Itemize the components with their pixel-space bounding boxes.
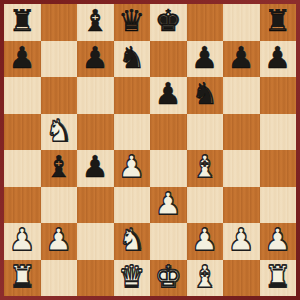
square-b3[interactable]	[41, 187, 78, 224]
square-b7[interactable]	[41, 41, 78, 78]
square-d3[interactable]	[114, 187, 151, 224]
square-g5[interactable]	[223, 114, 260, 151]
square-c8[interactable]: ♝	[77, 4, 114, 41]
white-pawn-piece: ♟	[155, 189, 182, 219]
square-a3[interactable]	[4, 187, 41, 224]
square-f8[interactable]	[187, 4, 224, 41]
square-h3[interactable]	[260, 187, 297, 224]
black-pawn-piece: ♟	[9, 43, 36, 73]
square-h4[interactable]	[260, 150, 297, 187]
square-f3[interactable]	[187, 187, 224, 224]
square-e5[interactable]	[150, 114, 187, 151]
square-c7[interactable]: ♟	[77, 41, 114, 78]
white-pawn-piece: ♟	[118, 152, 145, 182]
black-knight-piece: ♞	[191, 79, 218, 109]
white-pawn-piece: ♟	[264, 225, 291, 255]
black-queen-piece: ♛	[118, 6, 145, 36]
square-e7[interactable]	[150, 41, 187, 78]
white-bishop-piece: ♝	[191, 262, 218, 292]
black-pawn-piece: ♟	[264, 43, 291, 73]
square-b6[interactable]	[41, 77, 78, 114]
square-a7[interactable]: ♟	[4, 41, 41, 78]
square-h1[interactable]: ♜	[260, 260, 297, 297]
square-c5[interactable]	[77, 114, 114, 151]
square-h2[interactable]: ♟	[260, 223, 297, 260]
square-d7[interactable]: ♞	[114, 41, 151, 78]
black-knight-piece: ♞	[118, 43, 145, 73]
white-knight-piece: ♞	[45, 116, 72, 146]
black-pawn-piece: ♟	[82, 152, 109, 182]
square-e8[interactable]: ♚	[150, 4, 187, 41]
square-h6[interactable]	[260, 77, 297, 114]
square-g7[interactable]: ♟	[223, 41, 260, 78]
square-a4[interactable]	[4, 150, 41, 187]
square-h7[interactable]: ♟	[260, 41, 297, 78]
square-c2[interactable]	[77, 223, 114, 260]
white-rook-piece: ♜	[9, 262, 36, 292]
square-c6[interactable]	[77, 77, 114, 114]
black-rook-piece: ♜	[264, 6, 291, 36]
square-a2[interactable]: ♟	[4, 223, 41, 260]
white-pawn-piece: ♟	[9, 225, 36, 255]
square-d8[interactable]: ♛	[114, 4, 151, 41]
square-g3[interactable]	[223, 187, 260, 224]
square-f5[interactable]	[187, 114, 224, 151]
square-b5[interactable]: ♞	[41, 114, 78, 151]
white-rook-piece: ♜	[264, 262, 291, 292]
square-g8[interactable]	[223, 4, 260, 41]
black-pawn-piece: ♟	[155, 79, 182, 109]
square-b8[interactable]	[41, 4, 78, 41]
square-e3[interactable]: ♟	[150, 187, 187, 224]
square-d1[interactable]: ♛	[114, 260, 151, 297]
square-d4[interactable]: ♟	[114, 150, 151, 187]
square-g1[interactable]	[223, 260, 260, 297]
square-d2[interactable]: ♞	[114, 223, 151, 260]
square-e1[interactable]: ♚	[150, 260, 187, 297]
square-b1[interactable]	[41, 260, 78, 297]
square-d5[interactable]	[114, 114, 151, 151]
white-pawn-piece: ♟	[228, 225, 255, 255]
square-c1[interactable]	[77, 260, 114, 297]
black-rook-piece: ♜	[9, 6, 36, 36]
square-h8[interactable]: ♜	[260, 4, 297, 41]
square-g6[interactable]	[223, 77, 260, 114]
black-bishop-piece: ♝	[45, 152, 72, 182]
square-f1[interactable]: ♝	[187, 260, 224, 297]
white-bishop-piece: ♝	[191, 152, 218, 182]
square-a1[interactable]: ♜	[4, 260, 41, 297]
square-e4[interactable]	[150, 150, 187, 187]
square-g4[interactable]	[223, 150, 260, 187]
square-f2[interactable]: ♟	[187, 223, 224, 260]
square-e6[interactable]: ♟	[150, 77, 187, 114]
square-a6[interactable]	[4, 77, 41, 114]
square-d6[interactable]	[114, 77, 151, 114]
black-pawn-piece: ♟	[82, 43, 109, 73]
square-a8[interactable]: ♜	[4, 4, 41, 41]
white-pawn-piece: ♟	[191, 225, 218, 255]
black-pawn-piece: ♟	[228, 43, 255, 73]
white-queen-piece: ♛	[118, 262, 145, 292]
square-e2[interactable]	[150, 223, 187, 260]
white-pawn-piece: ♟	[45, 225, 72, 255]
black-pawn-piece: ♟	[191, 43, 218, 73]
square-b2[interactable]: ♟	[41, 223, 78, 260]
square-f6[interactable]: ♞	[187, 77, 224, 114]
chess-board: ♜♝♛♚♜♟♟♞♟♟♟♟♞♞♝♟♟♝♟♟♟♞♟♟♟♜♛♚♝♜	[4, 4, 296, 296]
square-c4[interactable]: ♟	[77, 150, 114, 187]
board-frame: ♜♝♛♚♜♟♟♞♟♟♟♟♞♞♝♟♟♝♟♟♟♞♟♟♟♜♛♚♝♜	[0, 0, 300, 300]
square-f4[interactable]: ♝	[187, 150, 224, 187]
square-a5[interactable]	[4, 114, 41, 151]
square-c3[interactable]	[77, 187, 114, 224]
square-g2[interactable]: ♟	[223, 223, 260, 260]
black-bishop-piece: ♝	[82, 6, 109, 36]
square-h5[interactable]	[260, 114, 297, 151]
square-f7[interactable]: ♟	[187, 41, 224, 78]
black-king-piece: ♚	[155, 6, 182, 36]
white-knight-piece: ♞	[118, 225, 145, 255]
square-b4[interactable]: ♝	[41, 150, 78, 187]
white-king-piece: ♚	[155, 262, 182, 292]
